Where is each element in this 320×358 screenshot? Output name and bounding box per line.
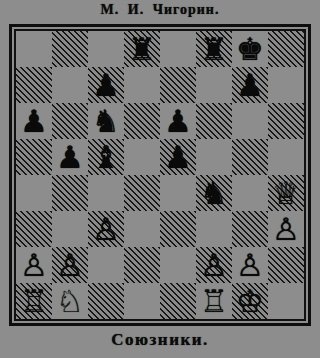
square-d4 bbox=[124, 175, 160, 211]
square-h2 bbox=[268, 247, 304, 283]
piece-black-rook-f8: ♜ bbox=[200, 31, 228, 67]
piece-white-pawn-g2: ♙ bbox=[236, 247, 264, 283]
square-a4 bbox=[16, 175, 52, 211]
square-b6 bbox=[52, 103, 88, 139]
square-f5 bbox=[196, 139, 232, 175]
square-c2 bbox=[88, 247, 124, 283]
square-d6 bbox=[124, 103, 160, 139]
piece-white-pawn-b2: ♙ bbox=[56, 247, 84, 283]
square-f2: ♙ bbox=[196, 247, 232, 283]
square-h1 bbox=[268, 283, 304, 319]
square-d1 bbox=[124, 283, 160, 319]
piece-black-pawn-b5: ♟ bbox=[56, 139, 84, 175]
square-h4: ♕ bbox=[268, 175, 304, 211]
square-h5 bbox=[268, 139, 304, 175]
square-e7 bbox=[160, 67, 196, 103]
piece-white-pawn-f2: ♙ bbox=[200, 247, 228, 283]
square-c3: ♙ bbox=[88, 211, 124, 247]
square-d5 bbox=[124, 139, 160, 175]
square-e1 bbox=[160, 283, 196, 319]
piece-white-knight-b1: ♘ bbox=[56, 283, 84, 319]
square-b4 bbox=[52, 175, 88, 211]
square-d7 bbox=[124, 67, 160, 103]
square-d8: ♜ bbox=[124, 31, 160, 67]
square-e2 bbox=[160, 247, 196, 283]
piece-black-pawn-g7: ♟ bbox=[236, 67, 264, 103]
square-g1: ♔ bbox=[232, 283, 268, 319]
square-a6: ♟ bbox=[16, 103, 52, 139]
square-e4 bbox=[160, 175, 196, 211]
square-b5: ♟ bbox=[52, 139, 88, 175]
square-b2: ♙ bbox=[52, 247, 88, 283]
square-c7: ♟ bbox=[88, 67, 124, 103]
piece-black-pawn-a6: ♟ bbox=[20, 103, 48, 139]
square-f7 bbox=[196, 67, 232, 103]
piece-black-knight-c6: ♞ bbox=[92, 103, 120, 139]
square-c4 bbox=[88, 175, 124, 211]
square-g4 bbox=[232, 175, 268, 211]
square-f3 bbox=[196, 211, 232, 247]
square-a5 bbox=[16, 139, 52, 175]
square-c1 bbox=[88, 283, 124, 319]
square-f4: ♞ bbox=[196, 175, 232, 211]
square-g6 bbox=[232, 103, 268, 139]
square-b7 bbox=[52, 67, 88, 103]
square-g3 bbox=[232, 211, 268, 247]
player-label-black: М. И. Чигорин. bbox=[0, 0, 320, 24]
piece-black-knight-f4: ♞ bbox=[200, 175, 228, 211]
piece-black-bishop-c5: ♝ bbox=[92, 139, 120, 175]
square-g2: ♙ bbox=[232, 247, 268, 283]
square-b8 bbox=[52, 31, 88, 67]
piece-black-pawn-e5: ♟ bbox=[164, 139, 192, 175]
piece-black-pawn-c7: ♟ bbox=[92, 67, 120, 103]
square-f6 bbox=[196, 103, 232, 139]
square-c8 bbox=[88, 31, 124, 67]
square-d3 bbox=[124, 211, 160, 247]
piece-white-queen-h4: ♕ bbox=[272, 175, 300, 211]
square-h6 bbox=[268, 103, 304, 139]
square-h7 bbox=[268, 67, 304, 103]
piece-black-king-g8: ♚ bbox=[236, 31, 264, 67]
piece-white-pawn-c3: ♙ bbox=[92, 211, 120, 247]
square-a7 bbox=[16, 67, 52, 103]
square-h8 bbox=[268, 31, 304, 67]
square-e8 bbox=[160, 31, 196, 67]
piece-white-rook-f1: ♖ bbox=[200, 283, 228, 319]
square-f8: ♜ bbox=[196, 31, 232, 67]
square-a1: ♖ bbox=[16, 283, 52, 319]
square-g7: ♟ bbox=[232, 67, 268, 103]
square-d2 bbox=[124, 247, 160, 283]
piece-white-rook-a1: ♖ bbox=[20, 283, 48, 319]
square-g8: ♚ bbox=[232, 31, 268, 67]
chess-board: ♜♜♚♟♟♟♞♟♟♝♟♞♕♙♙♙♙♙♙♖♘♖♔ bbox=[14, 29, 306, 321]
square-b1: ♘ bbox=[52, 283, 88, 319]
piece-white-king-g1: ♔ bbox=[236, 283, 264, 319]
square-a3 bbox=[16, 211, 52, 247]
square-h3: ♙ bbox=[268, 211, 304, 247]
square-g5 bbox=[232, 139, 268, 175]
square-c6: ♞ bbox=[88, 103, 124, 139]
piece-black-pawn-e6: ♟ bbox=[164, 103, 192, 139]
square-b3 bbox=[52, 211, 88, 247]
piece-white-pawn-h3: ♙ bbox=[272, 211, 300, 247]
square-e5: ♟ bbox=[160, 139, 196, 175]
square-e3 bbox=[160, 211, 196, 247]
player-label-white: Союзники. bbox=[0, 326, 320, 350]
square-c5: ♝ bbox=[88, 139, 124, 175]
chess-board-frame: ♜♜♚♟♟♟♞♟♟♝♟♞♕♙♙♙♙♙♙♖♘♖♔ bbox=[9, 24, 311, 326]
square-a8 bbox=[16, 31, 52, 67]
square-e6: ♟ bbox=[160, 103, 196, 139]
square-f1: ♖ bbox=[196, 283, 232, 319]
piece-white-pawn-a2: ♙ bbox=[20, 247, 48, 283]
square-a2: ♙ bbox=[16, 247, 52, 283]
piece-black-rook-d8: ♜ bbox=[128, 31, 156, 67]
